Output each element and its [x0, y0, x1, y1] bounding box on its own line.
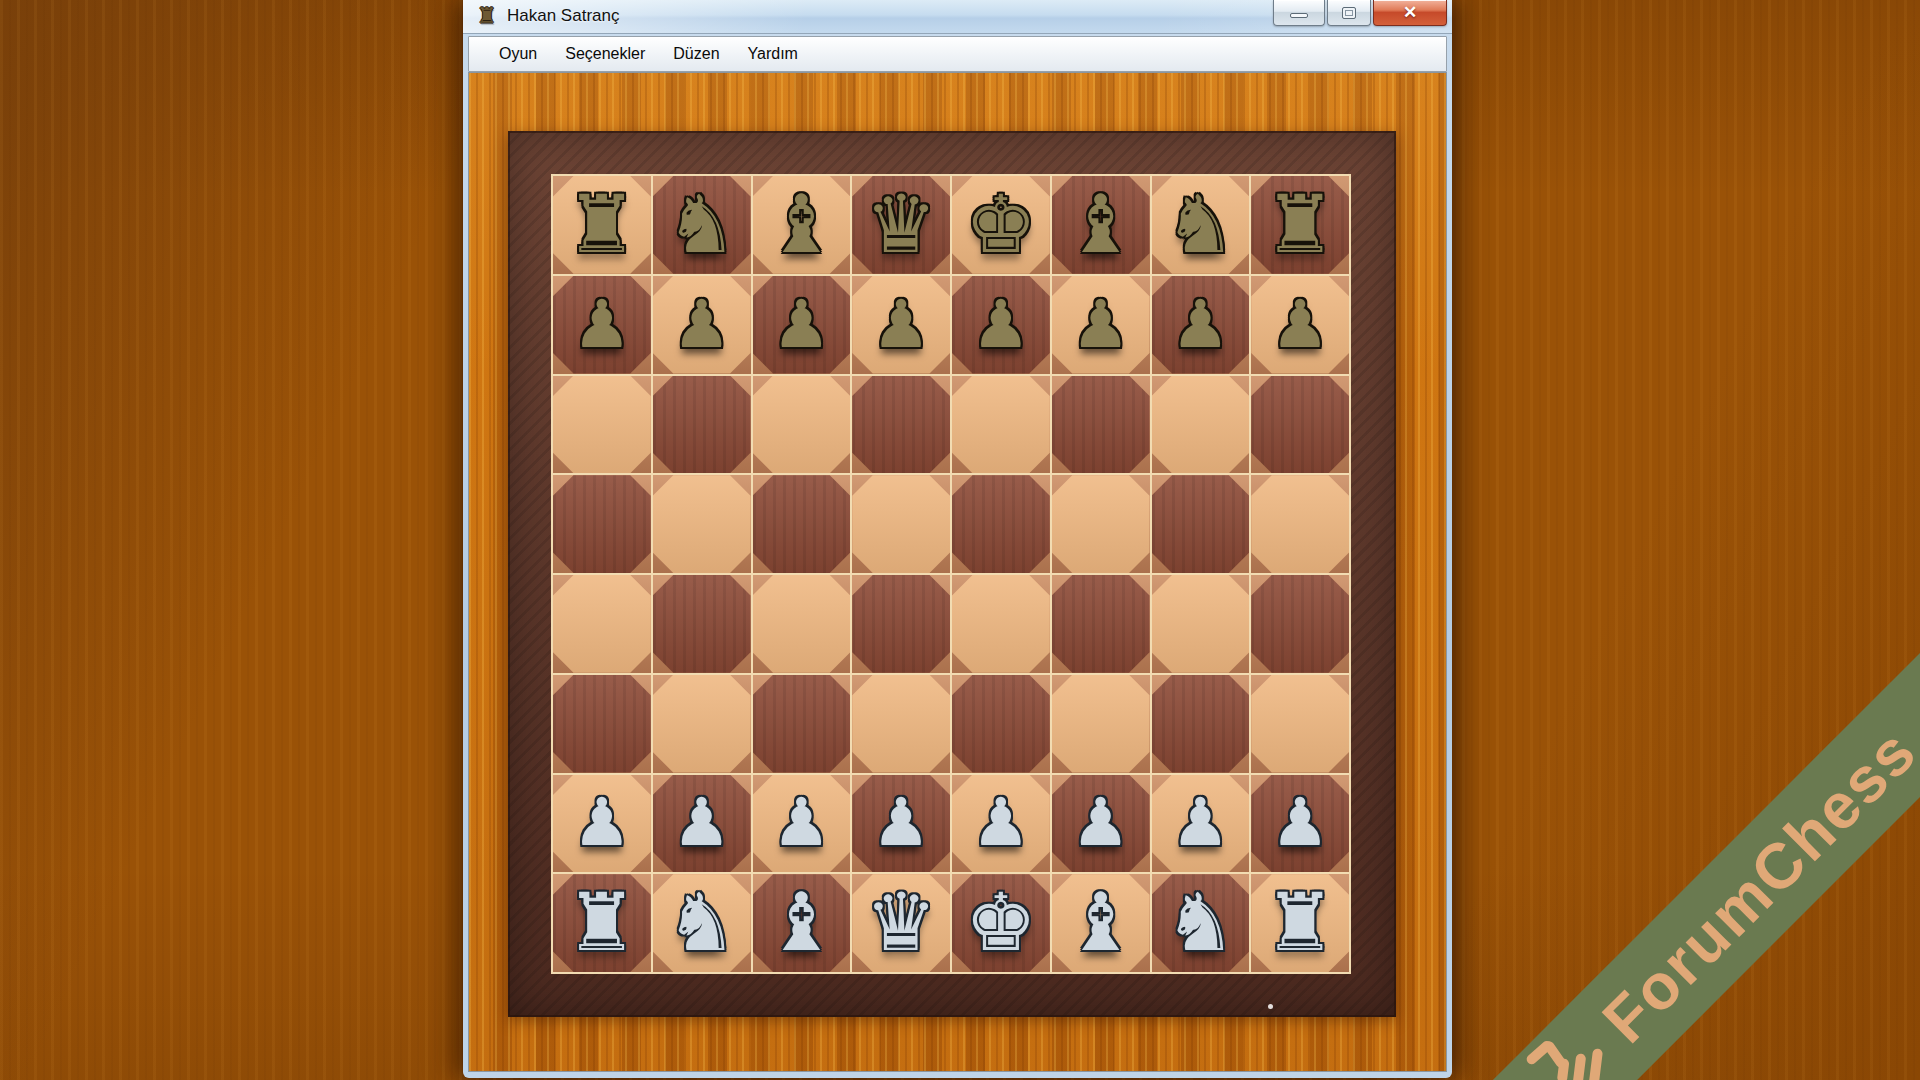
square-a8[interactable]: ♜ — [553, 176, 651, 274]
square-e7[interactable]: ♟ — [952, 276, 1050, 374]
square-g7[interactable]: ♟ — [1152, 276, 1250, 374]
chess-board: ♜♞♝♛♚♝♞♜♟♟♟♟♟♟♟♟♟♟♟♟♟♟♟♟♜♞♝♛♚♝♞♜ — [551, 174, 1351, 974]
square-c3[interactable] — [753, 675, 851, 773]
rook-icon: ♜ — [477, 4, 497, 28]
square-a3[interactable] — [553, 675, 651, 773]
white-pawn[interactable]: ♟ — [1251, 775, 1349, 873]
square-b1[interactable]: ♞ — [653, 874, 751, 972]
client-area: ♜♞♝♛♚♝♞♜♟♟♟♟♟♟♟♟♟♟♟♟♟♟♟♟♜♞♝♛♚♝♞♜ — [468, 72, 1447, 1072]
square-g5[interactable] — [1152, 475, 1250, 573]
square-f4[interactable] — [1052, 575, 1150, 673]
square-d7[interactable]: ♟ — [852, 276, 950, 374]
square-f7[interactable]: ♟ — [1052, 276, 1150, 374]
square-e1[interactable]: ♚ — [952, 874, 1050, 972]
square-h3[interactable] — [1251, 675, 1349, 773]
black-bishop[interactable]: ♝ — [753, 176, 851, 274]
menu-item-secenekler[interactable]: Seçenekler — [553, 40, 657, 68]
square-e5[interactable] — [952, 475, 1050, 573]
window-title: Hakan Satranç — [507, 6, 619, 26]
square-c8[interactable]: ♝ — [753, 176, 851, 274]
square-c6[interactable] — [753, 376, 851, 474]
square-d3[interactable] — [852, 675, 950, 773]
square-h2[interactable]: ♟ — [1251, 775, 1349, 873]
white-pawn[interactable]: ♟ — [553, 775, 651, 873]
black-knight[interactable]: ♞ — [1152, 176, 1250, 274]
square-g4[interactable] — [1152, 575, 1250, 673]
square-e6[interactable] — [952, 376, 1050, 474]
square-f6[interactable] — [1052, 376, 1150, 474]
white-pawn[interactable]: ♟ — [1052, 775, 1150, 873]
black-queen[interactable]: ♛ — [852, 176, 950, 274]
square-c5[interactable] — [753, 475, 851, 573]
close-icon: ✕ — [1374, 0, 1446, 25]
minimize-button[interactable] — [1273, 0, 1325, 26]
white-pawn[interactable]: ♟ — [1152, 775, 1250, 873]
square-f2[interactable]: ♟ — [1052, 775, 1150, 873]
white-pawn[interactable]: ♟ — [952, 775, 1050, 873]
square-g1[interactable]: ♞ — [1152, 874, 1250, 972]
square-e3[interactable] — [952, 675, 1050, 773]
white-pawn[interactable]: ♟ — [753, 775, 851, 873]
square-e8[interactable]: ♚ — [952, 176, 1050, 274]
black-pawn[interactable]: ♟ — [653, 276, 751, 374]
square-d6[interactable] — [852, 376, 950, 474]
square-g6[interactable] — [1152, 376, 1250, 474]
white-pawn[interactable]: ♟ — [852, 775, 950, 873]
menu-item-oyun[interactable]: Oyun — [487, 40, 549, 68]
square-a7[interactable]: ♟ — [553, 276, 651, 374]
square-h4[interactable] — [1251, 575, 1349, 673]
square-e2[interactable]: ♟ — [952, 775, 1050, 873]
square-d5[interactable] — [852, 475, 950, 573]
square-a5[interactable] — [553, 475, 651, 573]
square-a1[interactable]: ♜ — [553, 874, 651, 972]
white-rook[interactable]: ♜ — [1251, 874, 1349, 972]
square-h6[interactable] — [1251, 376, 1349, 474]
square-f3[interactable] — [1052, 675, 1150, 773]
square-b8[interactable]: ♞ — [653, 176, 751, 274]
black-pawn[interactable]: ♟ — [1052, 276, 1150, 374]
square-g3[interactable] — [1152, 675, 1250, 773]
square-h8[interactable]: ♜ — [1251, 176, 1349, 274]
black-pawn[interactable]: ♟ — [952, 276, 1050, 374]
square-b3[interactable] — [653, 675, 751, 773]
square-f8[interactable]: ♝ — [1052, 176, 1150, 274]
square-c4[interactable] — [753, 575, 851, 673]
watermark-band: ForumChess — [1449, 614, 1920, 1080]
square-f5[interactable] — [1052, 475, 1150, 573]
title-bar[interactable]: ♜ Hakan Satranç ✕ — [463, 0, 1452, 34]
square-g2[interactable]: ♟ — [1152, 775, 1250, 873]
window-controls: ✕ — [1273, 0, 1447, 26]
square-g8[interactable]: ♞ — [1152, 176, 1250, 274]
chess-board-frame: ♜♞♝♛♚♝♞♜♟♟♟♟♟♟♟♟♟♟♟♟♟♟♟♟♜♞♝♛♚♝♞♜ — [508, 131, 1396, 1017]
square-a2[interactable]: ♟ — [553, 775, 651, 873]
square-h7[interactable]: ♟ — [1251, 276, 1349, 374]
square-d4[interactable] — [852, 575, 950, 673]
square-e4[interactable] — [952, 575, 1050, 673]
square-c2[interactable]: ♟ — [753, 775, 851, 873]
white-pawn[interactable]: ♟ — [653, 775, 751, 873]
square-f1[interactable]: ♝ — [1052, 874, 1150, 972]
black-rook[interactable]: ♜ — [553, 176, 651, 274]
black-knight[interactable]: ♞ — [653, 176, 751, 274]
black-rook[interactable]: ♜ — [1251, 176, 1349, 274]
black-pawn[interactable]: ♟ — [852, 276, 950, 374]
menu-item-yardim[interactable]: Yardım — [736, 40, 810, 68]
black-pawn[interactable]: ♟ — [753, 276, 851, 374]
square-a4[interactable] — [553, 575, 651, 673]
watermark-text: ForumChess — [1588, 714, 1920, 1057]
white-knight[interactable]: ♞ — [1152, 874, 1250, 972]
square-c7[interactable]: ♟ — [753, 276, 851, 374]
white-bishop[interactable]: ♝ — [1052, 874, 1150, 972]
square-b6[interactable] — [653, 376, 751, 474]
square-b7[interactable]: ♟ — [653, 276, 751, 374]
square-b2[interactable]: ♟ — [653, 775, 751, 873]
black-bishop[interactable]: ♝ — [1052, 176, 1150, 274]
square-c1[interactable]: ♝ — [753, 874, 851, 972]
square-b4[interactable] — [653, 575, 751, 673]
black-pawn[interactable]: ♟ — [1152, 276, 1250, 374]
menu-item-duzen[interactable]: Düzen — [661, 40, 731, 68]
square-b5[interactable] — [653, 475, 751, 573]
white-rook[interactable]: ♜ — [553, 874, 651, 972]
maximize-button[interactable] — [1327, 0, 1371, 26]
square-h1[interactable]: ♜ — [1251, 874, 1349, 972]
black-pawn[interactable]: ♟ — [1251, 276, 1349, 374]
black-king[interactable]: ♚ — [952, 176, 1050, 274]
artifact-dot — [1268, 1004, 1273, 1009]
square-h5[interactable] — [1251, 475, 1349, 573]
white-knight[interactable]: ♞ — [653, 874, 751, 972]
white-bishop[interactable]: ♝ — [753, 874, 851, 972]
close-button[interactable]: ✕ — [1373, 0, 1447, 26]
maximize-icon — [1342, 7, 1356, 19]
minimize-icon — [1290, 13, 1308, 18]
forumchess-logo-icon — [1536, 1032, 1610, 1080]
black-pawn[interactable]: ♟ — [553, 276, 651, 374]
square-d2[interactable]: ♟ — [852, 775, 950, 873]
menu-bar: Oyun Seçenekler Düzen Yardım — [468, 36, 1447, 72]
white-king[interactable]: ♚ — [952, 874, 1050, 972]
square-d8[interactable]: ♛ — [852, 176, 950, 274]
square-a6[interactable] — [553, 376, 651, 474]
square-d1[interactable]: ♛ — [852, 874, 950, 972]
chess-app-window: ♜ Hakan Satranç ✕ Oyun Seçenekler Düzen … — [463, 0, 1452, 1078]
white-queen[interactable]: ♛ — [852, 874, 950, 972]
